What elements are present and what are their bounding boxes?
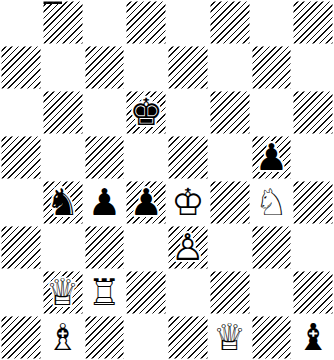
square-e4[interactable]: ♚♔ bbox=[167, 180, 209, 225]
square-a4[interactable] bbox=[0, 180, 42, 225]
white-queen-glyph: ♕ bbox=[213, 319, 246, 356]
square-b6[interactable] bbox=[42, 90, 84, 135]
chess-board: ♚♚♟♟♞♞♟♟♟♟♚♔♞♘♟♙♛♕♜♖♝♗♛♕♝♝ bbox=[0, 0, 334, 360]
square-e8[interactable] bbox=[167, 0, 209, 45]
square-f4[interactable] bbox=[209, 180, 251, 225]
black-knight-glyph: ♞ bbox=[46, 184, 79, 221]
white-rook-glyph: ♖ bbox=[88, 274, 121, 311]
black-pawn-glyph: ♟ bbox=[255, 139, 288, 176]
square-c6[interactable] bbox=[84, 90, 126, 135]
square-d7[interactable] bbox=[125, 45, 167, 90]
piece-black-pawn: ♟♟ bbox=[84, 180, 126, 225]
white-knight-glyph: ♘ bbox=[255, 184, 288, 221]
square-e2[interactable] bbox=[167, 270, 209, 315]
square-e5[interactable] bbox=[167, 135, 209, 180]
square-c2[interactable]: ♜♖ bbox=[84, 270, 126, 315]
square-d5[interactable] bbox=[125, 135, 167, 180]
square-b2[interactable]: ♛♕ bbox=[42, 270, 84, 315]
black-bishop-glyph: ♝ bbox=[297, 319, 330, 356]
black-pawn-glyph: ♟ bbox=[130, 184, 163, 221]
square-b5[interactable] bbox=[42, 135, 84, 180]
piece-black-pawn: ♟♟ bbox=[125, 180, 167, 225]
square-g6[interactable] bbox=[251, 90, 293, 135]
square-a5[interactable] bbox=[0, 135, 42, 180]
square-b4[interactable]: ♞♞ bbox=[42, 180, 84, 225]
square-c7[interactable] bbox=[84, 45, 126, 90]
square-a8[interactable] bbox=[0, 0, 42, 45]
square-f8[interactable] bbox=[209, 0, 251, 45]
square-h6[interactable] bbox=[292, 90, 334, 135]
square-g2[interactable] bbox=[251, 270, 293, 315]
square-a3[interactable] bbox=[0, 225, 42, 270]
square-a2[interactable] bbox=[0, 270, 42, 315]
black-pawn-glyph: ♟ bbox=[88, 184, 121, 221]
square-e1[interactable] bbox=[167, 315, 209, 360]
piece-black-king: ♚♚ bbox=[125, 90, 167, 135]
white-king-glyph: ♔ bbox=[171, 184, 204, 221]
white-bishop-glyph: ♗ bbox=[46, 319, 79, 356]
square-f2[interactable] bbox=[209, 270, 251, 315]
square-e7[interactable] bbox=[167, 45, 209, 90]
square-c3[interactable] bbox=[84, 225, 126, 270]
piece-white-queen: ♛♕ bbox=[42, 270, 84, 315]
square-b8[interactable] bbox=[42, 0, 84, 45]
square-e6[interactable] bbox=[167, 90, 209, 135]
square-h2[interactable] bbox=[292, 270, 334, 315]
piece-white-rook: ♜♖ bbox=[84, 270, 126, 315]
square-f6[interactable] bbox=[209, 90, 251, 135]
square-b7[interactable] bbox=[42, 45, 84, 90]
square-g1[interactable] bbox=[251, 315, 293, 360]
piece-white-queen: ♛♕ bbox=[209, 315, 251, 360]
piece-black-pawn: ♟♟ bbox=[251, 135, 293, 180]
square-c5[interactable] bbox=[84, 135, 126, 180]
square-a1[interactable] bbox=[0, 315, 42, 360]
square-b1[interactable]: ♝♗ bbox=[42, 315, 84, 360]
square-h3[interactable] bbox=[292, 225, 334, 270]
square-d2[interactable] bbox=[125, 270, 167, 315]
square-h7[interactable] bbox=[292, 45, 334, 90]
square-f3[interactable] bbox=[209, 225, 251, 270]
piece-white-bishop: ♝♗ bbox=[42, 315, 84, 360]
square-c4[interactable]: ♟♟ bbox=[84, 180, 126, 225]
square-e3[interactable]: ♟♙ bbox=[167, 225, 209, 270]
square-c8[interactable] bbox=[84, 0, 126, 45]
black-king-glyph: ♚ bbox=[130, 94, 163, 131]
square-f7[interactable] bbox=[209, 45, 251, 90]
square-g4[interactable]: ♞♘ bbox=[251, 180, 293, 225]
square-c1[interactable] bbox=[84, 315, 126, 360]
square-d4[interactable]: ♟♟ bbox=[125, 180, 167, 225]
square-d6[interactable]: ♚♚ bbox=[125, 90, 167, 135]
piece-white-knight: ♞♘ bbox=[251, 180, 293, 225]
square-g5[interactable]: ♟♟ bbox=[251, 135, 293, 180]
square-g8[interactable] bbox=[251, 0, 293, 45]
piece-white-pawn: ♟♙ bbox=[167, 225, 209, 270]
square-g7[interactable] bbox=[251, 45, 293, 90]
square-d1[interactable] bbox=[125, 315, 167, 360]
square-b3[interactable] bbox=[42, 225, 84, 270]
square-h4[interactable] bbox=[292, 180, 334, 225]
piece-black-bishop: ♝♝ bbox=[292, 315, 334, 360]
square-h1[interactable]: ♝♝ bbox=[292, 315, 334, 360]
square-d8[interactable] bbox=[125, 0, 167, 45]
square-h8[interactable] bbox=[292, 0, 334, 45]
square-g3[interactable] bbox=[251, 225, 293, 270]
square-h5[interactable] bbox=[292, 135, 334, 180]
piece-black-knight: ♞♞ bbox=[42, 180, 84, 225]
piece-white-king: ♚♔ bbox=[167, 180, 209, 225]
square-a7[interactable] bbox=[0, 45, 42, 90]
white-pawn-glyph: ♙ bbox=[171, 229, 204, 266]
square-a6[interactable] bbox=[0, 90, 42, 135]
white-queen-glyph: ♕ bbox=[46, 274, 79, 311]
square-f1[interactable]: ♛♕ bbox=[209, 315, 251, 360]
square-d3[interactable] bbox=[125, 225, 167, 270]
square-f5[interactable] bbox=[209, 135, 251, 180]
